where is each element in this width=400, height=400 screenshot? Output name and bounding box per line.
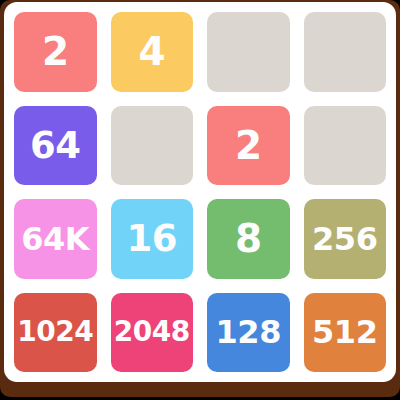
empty-cell [304, 106, 387, 186]
tile-value: 2 [235, 126, 262, 165]
tile-2048: 2048 [111, 293, 194, 373]
tile-value: 16 [127, 220, 178, 257]
tile-value: 8 [235, 219, 262, 258]
tile-value: 4 [138, 32, 165, 71]
tile-1024: 1024 [14, 293, 97, 373]
page-background: 2464264K16825610242048128512 [0, 0, 400, 400]
tile-value: 2048 [114, 318, 190, 346]
tile-256: 256 [304, 199, 387, 279]
empty-cell [207, 12, 290, 92]
tile-value: 128 [216, 316, 281, 348]
outer-frame: 2464264K16825610242048128512 [0, 0, 400, 397]
tile-16: 16 [111, 199, 194, 279]
tile-value: 64 [30, 127, 81, 164]
tile-value: 2 [42, 32, 69, 71]
game-board[interactable]: 2464264K16825610242048128512 [4, 2, 396, 382]
tile-128: 128 [207, 293, 290, 373]
tile-512: 512 [304, 293, 387, 373]
empty-cell [111, 106, 194, 186]
tile-8: 8 [207, 199, 290, 279]
tile-value: 512 [312, 316, 377, 348]
tile-64: 64 [14, 106, 97, 186]
tile-grid: 2464264K16825610242048128512 [4, 2, 396, 382]
tile-64K: 64K [14, 199, 97, 279]
tile-value: 64K [21, 223, 89, 255]
empty-cell [304, 12, 387, 92]
tile-value: 256 [312, 223, 377, 255]
tile-2: 2 [14, 12, 97, 92]
tile-2: 2 [207, 106, 290, 186]
tile-value: 1024 [17, 318, 93, 346]
tile-4: 4 [111, 12, 194, 92]
